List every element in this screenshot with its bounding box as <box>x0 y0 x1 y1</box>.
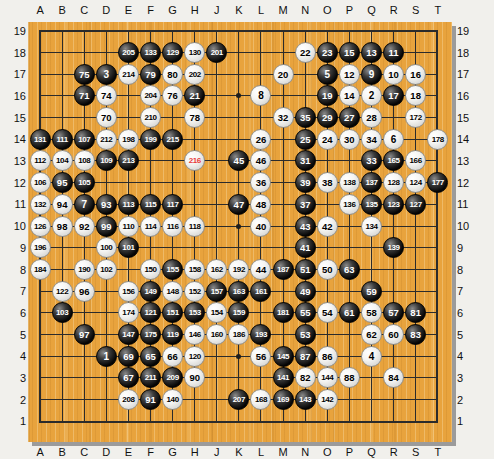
intersection-F1[interactable] <box>139 410 161 432</box>
intersection-R6[interactable]: 57 <box>383 302 405 324</box>
intersection-F11[interactable]: 115 <box>139 194 161 216</box>
intersection-C15[interactable] <box>73 107 95 129</box>
intersection-J6[interactable]: 154 <box>206 302 228 324</box>
intersection-O9[interactable] <box>316 237 338 259</box>
intersection-P6[interactable]: 61 <box>338 302 360 324</box>
intersection-C7[interactable]: 96 <box>73 280 95 302</box>
intersection-P7[interactable] <box>338 280 360 302</box>
intersection-C3[interactable] <box>73 367 95 389</box>
intersection-T3[interactable] <box>427 367 449 389</box>
intersection-J15[interactable] <box>206 107 228 129</box>
intersection-A12[interactable]: 106 <box>29 172 51 194</box>
intersection-Q3[interactable] <box>360 367 382 389</box>
intersection-O12[interactable]: 38 <box>316 172 338 194</box>
intersection-T16[interactable] <box>427 85 449 107</box>
intersection-R16[interactable]: 17 <box>383 85 405 107</box>
intersection-R3[interactable]: 84 <box>383 367 405 389</box>
intersection-F13[interactable] <box>139 150 161 172</box>
intersection-S17[interactable]: 16 <box>405 63 427 85</box>
intersection-A7[interactable] <box>29 280 51 302</box>
intersection-N9[interactable]: 41 <box>294 237 316 259</box>
intersection-D12[interactable] <box>95 172 117 194</box>
intersection-P1[interactable] <box>338 410 360 432</box>
intersection-N8[interactable]: 51 <box>294 259 316 281</box>
intersection-B14[interactable]: 111 <box>51 128 73 150</box>
intersection-A11[interactable]: 132 <box>29 194 51 216</box>
intersection-M3[interactable]: 141 <box>272 367 294 389</box>
intersection-C13[interactable]: 108 <box>73 150 95 172</box>
intersection-M10[interactable] <box>272 215 294 237</box>
intersection-F10[interactable]: 114 <box>139 215 161 237</box>
intersection-N16[interactable] <box>294 85 316 107</box>
intersection-B16[interactable] <box>51 85 73 107</box>
intersection-F18[interactable]: 133 <box>139 42 161 64</box>
intersection-H13[interactable]: 216 <box>184 150 206 172</box>
intersection-Q16[interactable]: 2 <box>360 85 382 107</box>
intersection-H16[interactable]: 21 <box>184 85 206 107</box>
intersection-A6[interactable] <box>29 302 51 324</box>
intersection-J19[interactable] <box>206 20 228 42</box>
intersection-C9[interactable] <box>73 237 95 259</box>
intersection-A1[interactable] <box>29 410 51 432</box>
intersection-K1[interactable] <box>228 410 250 432</box>
intersection-C6[interactable] <box>73 302 95 324</box>
intersection-R15[interactable] <box>383 107 405 129</box>
intersection-M7[interactable] <box>272 280 294 302</box>
intersection-D18[interactable] <box>95 42 117 64</box>
intersection-E19[interactable] <box>117 20 139 42</box>
intersection-J2[interactable] <box>206 389 228 411</box>
intersection-D2[interactable] <box>95 389 117 411</box>
intersection-O18[interactable]: 23 <box>316 42 338 64</box>
intersection-R7[interactable] <box>383 280 405 302</box>
intersection-M4[interactable]: 145 <box>272 345 294 367</box>
intersection-G11[interactable]: 117 <box>162 194 184 216</box>
intersection-T8[interactable] <box>427 259 449 281</box>
intersection-C8[interactable]: 190 <box>73 259 95 281</box>
intersection-T14[interactable]: 178 <box>427 128 449 150</box>
intersection-L7[interactable]: 161 <box>250 280 272 302</box>
intersection-B1[interactable] <box>51 410 73 432</box>
intersection-B19[interactable] <box>51 20 73 42</box>
intersection-A5[interactable] <box>29 324 51 346</box>
intersection-F5[interactable]: 175 <box>139 324 161 346</box>
intersection-R18[interactable]: 11 <box>383 42 405 64</box>
intersection-B3[interactable] <box>51 367 73 389</box>
intersection-A10[interactable]: 126 <box>29 215 51 237</box>
intersection-B2[interactable] <box>51 389 73 411</box>
intersection-S4[interactable] <box>405 345 427 367</box>
intersection-R19[interactable] <box>383 20 405 42</box>
intersection-N2[interactable]: 143 <box>294 389 316 411</box>
intersection-E1[interactable] <box>117 410 139 432</box>
intersection-G14[interactable]: 215 <box>162 128 184 150</box>
intersection-R9[interactable]: 139 <box>383 237 405 259</box>
intersection-G17[interactable]: 80 <box>162 63 184 85</box>
intersection-Q15[interactable]: 28 <box>360 107 382 129</box>
intersection-P17[interactable]: 12 <box>338 63 360 85</box>
intersection-C16[interactable]: 71 <box>73 85 95 107</box>
intersection-K11[interactable]: 47 <box>228 194 250 216</box>
intersection-H12[interactable] <box>184 172 206 194</box>
intersection-D14[interactable]: 212 <box>95 128 117 150</box>
intersection-J11[interactable] <box>206 194 228 216</box>
intersection-L1[interactable] <box>250 410 272 432</box>
intersection-H3[interactable]: 90 <box>184 367 206 389</box>
intersection-H19[interactable] <box>184 20 206 42</box>
intersection-E11[interactable]: 113 <box>117 194 139 216</box>
intersection-D16[interactable]: 74 <box>95 85 117 107</box>
intersection-J7[interactable]: 157 <box>206 280 228 302</box>
intersection-M9[interactable] <box>272 237 294 259</box>
intersection-B7[interactable]: 122 <box>51 280 73 302</box>
intersection-C10[interactable]: 92 <box>73 215 95 237</box>
intersection-J10[interactable] <box>206 215 228 237</box>
intersection-M5[interactable] <box>272 324 294 346</box>
intersection-G18[interactable]: 129 <box>162 42 184 64</box>
intersection-S6[interactable]: 81 <box>405 302 427 324</box>
intersection-R4[interactable] <box>383 345 405 367</box>
intersection-T12[interactable]: 177 <box>427 172 449 194</box>
intersection-P4[interactable] <box>338 345 360 367</box>
intersection-M16[interactable] <box>272 85 294 107</box>
intersection-P12[interactable]: 138 <box>338 172 360 194</box>
intersection-C14[interactable]: 107 <box>73 128 95 150</box>
intersection-N1[interactable] <box>294 410 316 432</box>
intersection-P15[interactable]: 27 <box>338 107 360 129</box>
intersection-K14[interactable] <box>228 128 250 150</box>
intersection-L3[interactable] <box>250 367 272 389</box>
intersection-J13[interactable] <box>206 150 228 172</box>
intersection-N5[interactable]: 53 <box>294 324 316 346</box>
intersection-P18[interactable]: 15 <box>338 42 360 64</box>
intersection-E10[interactable]: 110 <box>117 215 139 237</box>
intersection-N12[interactable]: 39 <box>294 172 316 194</box>
intersection-T1[interactable] <box>427 410 449 432</box>
intersection-N15[interactable]: 35 <box>294 107 316 129</box>
intersection-P11[interactable]: 136 <box>338 194 360 216</box>
intersection-O15[interactable]: 29 <box>316 107 338 129</box>
intersection-L2[interactable]: 168 <box>250 389 272 411</box>
intersection-Q10[interactable]: 134 <box>360 215 382 237</box>
intersection-O3[interactable]: 144 <box>316 367 338 389</box>
intersection-D17[interactable]: 3 <box>95 63 117 85</box>
intersection-E5[interactable]: 147 <box>117 324 139 346</box>
intersection-A14[interactable]: 131 <box>29 128 51 150</box>
intersection-A18[interactable] <box>29 42 51 64</box>
intersection-A9[interactable]: 196 <box>29 237 51 259</box>
intersection-N4[interactable]: 87 <box>294 345 316 367</box>
intersection-C19[interactable] <box>73 20 95 42</box>
intersection-C1[interactable] <box>73 410 95 432</box>
intersection-O5[interactable] <box>316 324 338 346</box>
intersection-Q1[interactable] <box>360 410 382 432</box>
intersection-M18[interactable] <box>272 42 294 64</box>
intersection-A8[interactable]: 184 <box>29 259 51 281</box>
intersection-H1[interactable] <box>184 410 206 432</box>
intersection-S15[interactable]: 172 <box>405 107 427 129</box>
intersection-O1[interactable] <box>316 410 338 432</box>
intersection-K18[interactable] <box>228 42 250 64</box>
intersection-S8[interactable] <box>405 259 427 281</box>
intersection-B11[interactable]: 94 <box>51 194 73 216</box>
intersection-L13[interactable]: 46 <box>250 150 272 172</box>
intersection-R12[interactable]: 128 <box>383 172 405 194</box>
intersection-L10[interactable]: 40 <box>250 215 272 237</box>
intersection-T7[interactable] <box>427 280 449 302</box>
intersection-K17[interactable] <box>228 63 250 85</box>
intersection-T6[interactable] <box>427 302 449 324</box>
intersection-F8[interactable]: 150 <box>139 259 161 281</box>
intersection-H7[interactable]: 152 <box>184 280 206 302</box>
intersection-G4[interactable]: 66 <box>162 345 184 367</box>
intersection-N3[interactable]: 82 <box>294 367 316 389</box>
intersection-D3[interactable] <box>95 367 117 389</box>
intersection-R13[interactable]: 165 <box>383 150 405 172</box>
intersection-J3[interactable] <box>206 367 228 389</box>
intersection-T18[interactable] <box>427 42 449 64</box>
intersection-M6[interactable]: 181 <box>272 302 294 324</box>
intersection-J16[interactable] <box>206 85 228 107</box>
intersection-P10[interactable] <box>338 215 360 237</box>
intersection-O6[interactable]: 54 <box>316 302 338 324</box>
intersection-M8[interactable]: 187 <box>272 259 294 281</box>
intersection-J1[interactable] <box>206 410 228 432</box>
intersection-F12[interactable] <box>139 172 161 194</box>
intersection-T5[interactable] <box>427 324 449 346</box>
intersection-Q14[interactable]: 34 <box>360 128 382 150</box>
intersection-D4[interactable]: 1 <box>95 345 117 367</box>
intersection-O8[interactable]: 50 <box>316 259 338 281</box>
intersection-S11[interactable]: 127 <box>405 194 427 216</box>
intersection-G9[interactable] <box>162 237 184 259</box>
intersection-H14[interactable] <box>184 128 206 150</box>
intersection-S5[interactable]: 83 <box>405 324 427 346</box>
intersection-H17[interactable]: 202 <box>184 63 206 85</box>
intersection-C17[interactable]: 75 <box>73 63 95 85</box>
intersection-E14[interactable]: 198 <box>117 128 139 150</box>
intersection-J8[interactable]: 162 <box>206 259 228 281</box>
intersection-F15[interactable]: 210 <box>139 107 161 129</box>
intersection-F7[interactable]: 149 <box>139 280 161 302</box>
intersection-D10[interactable]: 99 <box>95 215 117 237</box>
intersection-L11[interactable]: 48 <box>250 194 272 216</box>
intersection-H10[interactable]: 118 <box>184 215 206 237</box>
intersection-P8[interactable]: 63 <box>338 259 360 281</box>
intersection-E8[interactable] <box>117 259 139 281</box>
intersection-L9[interactable] <box>250 237 272 259</box>
intersection-L16[interactable]: 8 <box>250 85 272 107</box>
intersection-N6[interactable]: 55 <box>294 302 316 324</box>
intersection-S7[interactable] <box>405 280 427 302</box>
intersection-B15[interactable] <box>51 107 73 129</box>
intersection-B5[interactable] <box>51 324 73 346</box>
intersection-C5[interactable]: 97 <box>73 324 95 346</box>
intersection-T10[interactable] <box>427 215 449 237</box>
intersection-F6[interactable]: 121 <box>139 302 161 324</box>
intersection-O16[interactable]: 19 <box>316 85 338 107</box>
intersection-C18[interactable] <box>73 42 95 64</box>
intersection-K7[interactable]: 163 <box>228 280 250 302</box>
intersection-K10[interactable] <box>228 215 250 237</box>
intersection-P3[interactable]: 88 <box>338 367 360 389</box>
intersection-S10[interactable] <box>405 215 427 237</box>
intersection-J5[interactable]: 160 <box>206 324 228 346</box>
intersection-C12[interactable]: 105 <box>73 172 95 194</box>
intersection-L5[interactable]: 193 <box>250 324 272 346</box>
intersection-D7[interactable] <box>95 280 117 302</box>
intersection-J12[interactable] <box>206 172 228 194</box>
intersection-Q5[interactable]: 62 <box>360 324 382 346</box>
intersection-Q2[interactable] <box>360 389 382 411</box>
intersection-D15[interactable]: 70 <box>95 107 117 129</box>
intersection-K12[interactable] <box>228 172 250 194</box>
intersection-C2[interactable] <box>73 389 95 411</box>
intersection-H18[interactable]: 130 <box>184 42 206 64</box>
intersection-N18[interactable]: 22 <box>294 42 316 64</box>
intersection-M13[interactable] <box>272 150 294 172</box>
intersection-M17[interactable]: 20 <box>272 63 294 85</box>
intersection-S12[interactable]: 124 <box>405 172 427 194</box>
intersection-S3[interactable] <box>405 367 427 389</box>
intersection-Q19[interactable] <box>360 20 382 42</box>
intersection-Q9[interactable] <box>360 237 382 259</box>
intersection-Q11[interactable]: 135 <box>360 194 382 216</box>
intersection-E4[interactable]: 69 <box>117 345 139 367</box>
intersection-H4[interactable]: 120 <box>184 345 206 367</box>
intersection-B8[interactable] <box>51 259 73 281</box>
intersection-F4[interactable]: 65 <box>139 345 161 367</box>
intersection-M12[interactable] <box>272 172 294 194</box>
intersection-E3[interactable]: 67 <box>117 367 139 389</box>
intersection-F17[interactable]: 79 <box>139 63 161 85</box>
intersection-E7[interactable]: 156 <box>117 280 139 302</box>
intersection-A19[interactable] <box>29 20 51 42</box>
intersection-D1[interactable] <box>95 410 117 432</box>
intersection-G8[interactable]: 155 <box>162 259 184 281</box>
intersection-J14[interactable] <box>206 128 228 150</box>
intersection-D5[interactable] <box>95 324 117 346</box>
intersection-N11[interactable]: 37 <box>294 194 316 216</box>
intersection-D6[interactable] <box>95 302 117 324</box>
intersection-E16[interactable] <box>117 85 139 107</box>
intersection-T17[interactable] <box>427 63 449 85</box>
intersection-K8[interactable]: 192 <box>228 259 250 281</box>
intersection-Q4[interactable]: 4 <box>360 345 382 367</box>
intersection-K6[interactable]: 159 <box>228 302 250 324</box>
intersection-O13[interactable] <box>316 150 338 172</box>
intersection-A17[interactable] <box>29 63 51 85</box>
intersection-L12[interactable]: 36 <box>250 172 272 194</box>
intersection-N10[interactable]: 43 <box>294 215 316 237</box>
intersection-H2[interactable] <box>184 389 206 411</box>
intersection-P19[interactable] <box>338 20 360 42</box>
intersection-K3[interactable] <box>228 367 250 389</box>
intersection-L18[interactable] <box>250 42 272 64</box>
intersection-G13[interactable] <box>162 150 184 172</box>
intersection-O7[interactable] <box>316 280 338 302</box>
intersection-C11[interactable]: 7 <box>73 194 95 216</box>
intersection-D8[interactable]: 102 <box>95 259 117 281</box>
intersection-H6[interactable]: 153 <box>184 302 206 324</box>
intersection-G1[interactable] <box>162 410 184 432</box>
intersection-B6[interactable]: 103 <box>51 302 73 324</box>
intersection-E13[interactable]: 213 <box>117 150 139 172</box>
intersection-C4[interactable] <box>73 345 95 367</box>
intersection-A4[interactable] <box>29 345 51 367</box>
intersection-P16[interactable]: 14 <box>338 85 360 107</box>
intersection-L4[interactable]: 56 <box>250 345 272 367</box>
intersection-T19[interactable] <box>427 20 449 42</box>
intersection-R14[interactable]: 6 <box>383 128 405 150</box>
intersection-R2[interactable] <box>383 389 405 411</box>
intersection-J4[interactable] <box>206 345 228 367</box>
intersection-G2[interactable]: 140 <box>162 389 184 411</box>
intersection-E18[interactable]: 205 <box>117 42 139 64</box>
intersection-G19[interactable] <box>162 20 184 42</box>
intersection-T15[interactable] <box>427 107 449 129</box>
intersection-P2[interactable] <box>338 389 360 411</box>
intersection-E12[interactable] <box>117 172 139 194</box>
intersection-L19[interactable] <box>250 20 272 42</box>
intersection-M2[interactable]: 169 <box>272 389 294 411</box>
intersection-O2[interactable]: 142 <box>316 389 338 411</box>
intersection-J17[interactable] <box>206 63 228 85</box>
intersection-Q13[interactable]: 33 <box>360 150 382 172</box>
intersection-P13[interactable] <box>338 150 360 172</box>
intersection-K16[interactable] <box>228 85 250 107</box>
intersection-S2[interactable] <box>405 389 427 411</box>
intersection-O14[interactable]: 24 <box>316 128 338 150</box>
intersection-K15[interactable] <box>228 107 250 129</box>
intersection-S18[interactable] <box>405 42 427 64</box>
intersection-G12[interactable] <box>162 172 184 194</box>
intersection-N14[interactable]: 25 <box>294 128 316 150</box>
intersection-E6[interactable]: 174 <box>117 302 139 324</box>
intersection-J18[interactable]: 201 <box>206 42 228 64</box>
intersection-M1[interactable] <box>272 410 294 432</box>
intersection-D9[interactable]: 100 <box>95 237 117 259</box>
intersection-R8[interactable] <box>383 259 405 281</box>
intersection-B12[interactable]: 95 <box>51 172 73 194</box>
intersection-G5[interactable]: 119 <box>162 324 184 346</box>
intersection-N19[interactable] <box>294 20 316 42</box>
intersection-N7[interactable]: 49 <box>294 280 316 302</box>
intersection-S16[interactable]: 18 <box>405 85 427 107</box>
intersection-G15[interactable] <box>162 107 184 129</box>
intersection-B9[interactable] <box>51 237 73 259</box>
intersection-G3[interactable]: 209 <box>162 367 184 389</box>
intersection-E9[interactable]: 101 <box>117 237 139 259</box>
intersection-B13[interactable]: 104 <box>51 150 73 172</box>
intersection-A2[interactable] <box>29 389 51 411</box>
intersection-F9[interactable] <box>139 237 161 259</box>
intersection-M15[interactable]: 32 <box>272 107 294 129</box>
intersection-A13[interactable]: 112 <box>29 150 51 172</box>
intersection-Q7[interactable]: 59 <box>360 280 382 302</box>
intersection-Q8[interactable] <box>360 259 382 281</box>
intersection-F19[interactable] <box>139 20 161 42</box>
intersection-J9[interactable] <box>206 237 228 259</box>
intersection-H11[interactable] <box>184 194 206 216</box>
intersection-K19[interactable] <box>228 20 250 42</box>
intersection-E2[interactable]: 208 <box>117 389 139 411</box>
intersection-Q17[interactable]: 9 <box>360 63 382 85</box>
intersection-A15[interactable] <box>29 107 51 129</box>
intersection-B17[interactable] <box>51 63 73 85</box>
intersection-H5[interactable]: 146 <box>184 324 206 346</box>
intersection-M11[interactable] <box>272 194 294 216</box>
